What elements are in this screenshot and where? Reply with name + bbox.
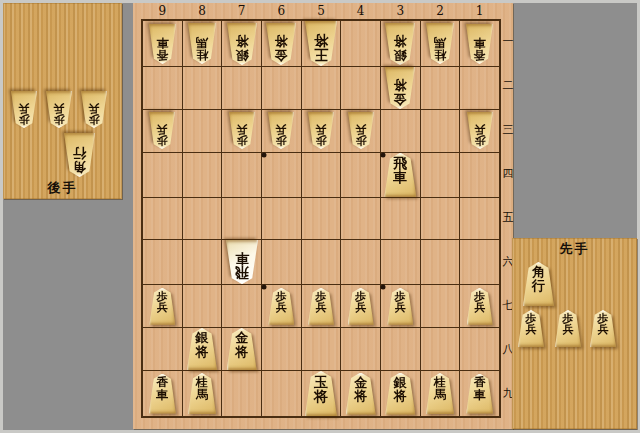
board-square[interactable]: 銀将: [381, 371, 420, 416]
board-square[interactable]: [183, 198, 222, 240]
piece-歩兵-sente[interactable]: 歩兵: [149, 288, 175, 325]
board-square[interactable]: [460, 240, 499, 284]
hoshi-dot: [380, 284, 385, 289]
piece-角行-sente[interactable]: 角行: [523, 262, 554, 306]
piece-歩兵-sente[interactable]: 歩兵: [268, 288, 294, 325]
board-square[interactable]: [143, 240, 182, 284]
board-square[interactable]: [302, 240, 341, 284]
shogi-board: 香車桂馬銀将金将王将銀将桂馬香車金将歩兵歩兵歩兵歩兵歩兵歩兵飛車飛車歩兵歩兵歩兵…: [133, 3, 513, 429]
board-square[interactable]: 金将: [381, 67, 420, 109]
board-square[interactable]: [222, 67, 261, 109]
board-square[interactable]: [222, 285, 261, 327]
board-square[interactable]: 歩兵: [341, 110, 380, 152]
piece-歩兵-sente[interactable]: 歩兵: [348, 288, 374, 325]
board-square[interactable]: 歩兵: [460, 110, 499, 152]
column-label-7: 7: [235, 4, 249, 18]
board-square[interactable]: 歩兵: [222, 110, 261, 152]
piece-飛車-gote[interactable]: 飛車: [226, 240, 258, 284]
piece-歩兵-sente[interactable]: 歩兵: [555, 310, 581, 347]
board-square[interactable]: [183, 285, 222, 327]
board-square[interactable]: [460, 328, 499, 370]
board-square[interactable]: [183, 110, 222, 152]
board-square[interactable]: [381, 328, 420, 370]
piece-金将-sente[interactable]: 金将: [227, 328, 257, 370]
sente-hand-label: 先手: [512, 240, 637, 258]
board-square[interactable]: 歩兵: [341, 285, 380, 327]
row-label-五: 五: [502, 212, 514, 223]
piece-歩兵-gote[interactable]: 歩兵: [149, 112, 175, 149]
board-square[interactable]: 歩兵: [143, 110, 182, 152]
piece-角行-gote[interactable]: 角行: [64, 133, 95, 177]
board-square[interactable]: 王将: [302, 21, 341, 66]
board-square[interactable]: [262, 198, 301, 240]
board-square[interactable]: [421, 328, 460, 370]
board-square[interactable]: [421, 285, 460, 327]
piece-銀将-gote[interactable]: 銀将: [385, 23, 415, 65]
piece-銀将-gote[interactable]: 銀将: [227, 23, 257, 65]
column-label-1: 1: [473, 4, 487, 18]
board-square[interactable]: [262, 371, 301, 416]
board-square[interactable]: [222, 153, 261, 197]
board-square[interactable]: [381, 110, 420, 152]
board-square[interactable]: 香車: [460, 21, 499, 66]
board-square[interactable]: [302, 328, 341, 370]
board-square[interactable]: [222, 198, 261, 240]
board-square[interactable]: 歩兵: [262, 285, 301, 327]
piece-銀将-sente[interactable]: 銀将: [385, 373, 415, 415]
sente-captured-tray: 先手 角行歩兵歩兵歩兵: [512, 238, 637, 429]
column-label-5: 5: [314, 4, 328, 18]
piece-香車-gote[interactable]: 香車: [466, 24, 493, 64]
board-square[interactable]: [421, 67, 460, 109]
row-label-三: 三: [502, 124, 514, 135]
board-square[interactable]: 歩兵: [143, 285, 182, 327]
piece-歩兵-sente[interactable]: 歩兵: [467, 288, 493, 325]
board-square[interactable]: [460, 67, 499, 109]
board-square[interactable]: [302, 67, 341, 109]
board-square[interactable]: 桂馬: [183, 371, 222, 416]
shogi-app-window: 後手 歩兵歩兵歩兵角行 香車桂馬銀将金将王将銀将桂馬香車金将歩兵歩兵歩兵歩兵歩兵…: [0, 0, 640, 433]
board-square[interactable]: 桂馬: [183, 21, 222, 66]
board-square[interactable]: [143, 67, 182, 109]
piece-歩兵-gote[interactable]: 歩兵: [11, 91, 37, 128]
piece-銀将-sente[interactable]: 銀将: [187, 328, 217, 370]
board-square[interactable]: [262, 328, 301, 370]
board-square[interactable]: 銀将: [381, 21, 420, 66]
board-square[interactable]: 歩兵: [302, 285, 341, 327]
board-square[interactable]: [341, 198, 380, 240]
piece-香車-gote[interactable]: 香車: [149, 24, 176, 64]
board-square[interactable]: 歩兵: [381, 285, 420, 327]
piece-桂馬-gote[interactable]: 桂馬: [426, 23, 454, 64]
board-square[interactable]: 香車: [143, 371, 182, 416]
gote-hand-label: 後手: [3, 179, 122, 197]
board-square[interactable]: [341, 240, 380, 284]
board-square[interactable]: 飛車: [381, 153, 420, 197]
board-square[interactable]: 歩兵: [302, 110, 341, 152]
board-grid: 香車桂馬銀将金将王将銀将桂馬香車金将歩兵歩兵歩兵歩兵歩兵歩兵飛車飛車歩兵歩兵歩兵…: [141, 19, 501, 418]
board-square[interactable]: [143, 198, 182, 240]
board-square[interactable]: [183, 153, 222, 197]
board-square[interactable]: 金将: [262, 21, 301, 66]
board-square[interactable]: 銀将: [183, 328, 222, 370]
column-label-6: 6: [274, 4, 288, 18]
column-label-2: 2: [433, 4, 447, 18]
piece-香車-sente[interactable]: 香車: [149, 374, 176, 414]
board-square[interactable]: 金将: [222, 328, 261, 370]
column-label-9: 9: [155, 4, 169, 18]
piece-桂馬-sente[interactable]: 桂馬: [426, 373, 454, 414]
board-square[interactable]: [262, 153, 301, 197]
board-square[interactable]: [381, 240, 420, 284]
hoshi-dot: [380, 152, 385, 157]
board-square[interactable]: [143, 153, 182, 197]
board-square[interactable]: [302, 198, 341, 240]
board-square[interactable]: 香車: [460, 371, 499, 416]
piece-歩兵-gote[interactable]: 歩兵: [81, 91, 107, 128]
piece-歩兵-gote[interactable]: 歩兵: [308, 112, 334, 149]
piece-歩兵-gote[interactable]: 歩兵: [467, 112, 493, 149]
piece-桂馬-gote[interactable]: 桂馬: [188, 23, 216, 64]
board-square[interactable]: 桂馬: [421, 371, 460, 416]
piece-歩兵-sente[interactable]: 歩兵: [590, 310, 616, 347]
piece-金将-gote[interactable]: 金将: [385, 67, 415, 109]
piece-桂馬-sente[interactable]: 桂馬: [188, 373, 216, 414]
gote-captured-tray: 後手 歩兵歩兵歩兵角行: [3, 3, 122, 199]
board-square[interactable]: [341, 21, 380, 66]
board-square[interactable]: [421, 153, 460, 197]
piece-歩兵-gote[interactable]: 歩兵: [348, 112, 374, 149]
board-square[interactable]: 銀将: [222, 21, 261, 66]
piece-歩兵-gote[interactable]: 歩兵: [46, 91, 72, 128]
piece-歩兵-sente[interactable]: 歩兵: [308, 288, 334, 325]
board-square[interactable]: [421, 110, 460, 152]
board-square[interactable]: [381, 198, 420, 240]
board-square[interactable]: [421, 198, 460, 240]
board-square[interactable]: [341, 328, 380, 370]
row-label-一: 一: [502, 36, 514, 47]
board-square[interactable]: [262, 67, 301, 109]
hoshi-dot: [261, 284, 266, 289]
column-label-8: 8: [195, 4, 209, 18]
hoshi-dot: [261, 152, 266, 157]
piece-金将-sente[interactable]: 金将: [346, 373, 376, 415]
piece-香車-sente[interactable]: 香車: [466, 374, 493, 414]
column-label-3: 3: [393, 4, 407, 18]
board-square[interactable]: 玉将: [302, 371, 341, 416]
board-square[interactable]: 香車: [143, 21, 182, 66]
piece-飛車-sente[interactable]: 飛車: [384, 153, 416, 197]
row-label-二: 二: [502, 80, 514, 91]
piece-王将-gote[interactable]: 王将: [305, 21, 337, 66]
board-square[interactable]: [421, 240, 460, 284]
piece-歩兵-sente[interactable]: 歩兵: [387, 288, 413, 325]
board-square[interactable]: [262, 240, 301, 284]
board-square[interactable]: 金将: [341, 371, 380, 416]
board-square[interactable]: [143, 328, 182, 370]
board-square[interactable]: [183, 67, 222, 109]
column-label-4: 4: [354, 4, 368, 18]
board-square[interactable]: 桂馬: [421, 21, 460, 66]
board-square[interactable]: [183, 240, 222, 284]
board-square[interactable]: [460, 198, 499, 240]
board-square[interactable]: [341, 67, 380, 109]
board-square[interactable]: [222, 371, 261, 416]
piece-金将-gote[interactable]: 金将: [266, 23, 296, 65]
board-square[interactable]: 歩兵: [262, 110, 301, 152]
piece-歩兵-sente[interactable]: 歩兵: [518, 310, 544, 347]
board-square[interactable]: [302, 153, 341, 197]
piece-歩兵-gote[interactable]: 歩兵: [229, 112, 255, 149]
piece-玉将-sente[interactable]: 玉将: [305, 371, 337, 416]
board-square[interactable]: 飛車: [222, 240, 261, 284]
piece-歩兵-gote[interactable]: 歩兵: [268, 112, 294, 149]
row-label-四: 四: [502, 168, 514, 179]
board-square[interactable]: 歩兵: [460, 285, 499, 327]
board-square[interactable]: [341, 153, 380, 197]
board-square[interactable]: [460, 153, 499, 197]
